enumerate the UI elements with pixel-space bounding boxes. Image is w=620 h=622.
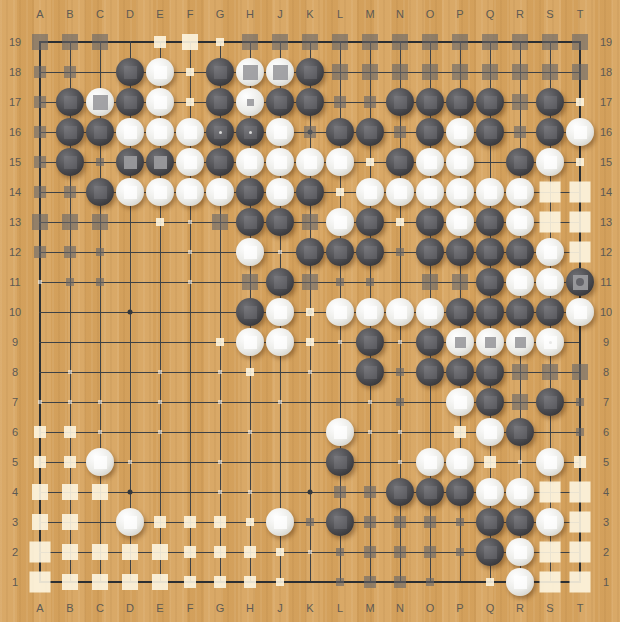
stone-ownership-mark [274, 96, 287, 109]
stone-black[interactable] [116, 58, 144, 86]
column-label-top: G [216, 8, 225, 20]
goban[interactable]: AABBCCDDEEFFGGHHJJKKLLMMNNOOPPQQRRSSTT19… [0, 0, 620, 622]
stone-ownership-mark [64, 156, 77, 169]
stone-black[interactable] [536, 388, 564, 416]
stone-black[interactable] [326, 508, 354, 536]
stone-ownership-mark [394, 486, 407, 499]
territory-marker-neutral [158, 400, 162, 404]
stone-black[interactable] [296, 88, 324, 116]
stone-white[interactable] [476, 478, 504, 506]
stone-white[interactable] [326, 148, 354, 176]
stone-black[interactable] [416, 328, 444, 356]
stone-ownership-mark [124, 96, 137, 109]
stone-black[interactable] [446, 478, 474, 506]
territory-marker-neutral [308, 550, 312, 554]
stone-ownership-mark [424, 456, 437, 469]
column-label-top: B [66, 8, 73, 20]
stone-black[interactable] [356, 118, 384, 146]
territory-marker-neutral [128, 460, 132, 464]
stone-white[interactable] [176, 148, 204, 176]
stone-white[interactable] [536, 328, 564, 356]
dead-stone-mark [247, 99, 254, 106]
stone-white[interactable] [266, 298, 294, 326]
stone-ownership-mark [154, 126, 167, 139]
territory-marker-white [540, 182, 561, 203]
territory-marker-black [334, 486, 346, 498]
column-label-bottom: K [306, 602, 313, 614]
stone-white[interactable] [536, 268, 564, 296]
stone-ownership-mark [484, 246, 497, 259]
row-label-right: 7 [603, 396, 609, 408]
territory-marker-black [456, 518, 464, 526]
stone-ownership-mark [304, 186, 317, 199]
row-label-left: 11 [9, 276, 20, 288]
territory-marker-black [396, 368, 404, 376]
stone-ownership-mark [544, 246, 557, 259]
territory-marker-neutral [248, 430, 252, 434]
stone-white[interactable] [506, 178, 534, 206]
territory-marker-white [62, 574, 78, 590]
stone-black[interactable] [416, 118, 444, 146]
stone-ownership-mark [244, 216, 257, 229]
stone-white[interactable] [386, 178, 414, 206]
stone-ownership-mark [304, 156, 317, 169]
stone-white[interactable] [236, 58, 264, 86]
stone-white[interactable] [506, 538, 534, 566]
dead-stone-mark [124, 156, 137, 169]
stone-black[interactable] [416, 208, 444, 236]
territory-marker-black [542, 34, 558, 50]
stone-white[interactable] [146, 178, 174, 206]
territory-marker-black [512, 34, 528, 50]
stone-black[interactable] [476, 208, 504, 236]
stone-ownership-mark [274, 516, 287, 529]
stone-black[interactable] [206, 118, 234, 146]
territory-marker-black [512, 394, 528, 410]
stone-black[interactable] [356, 328, 384, 356]
stone-black[interactable] [266, 88, 294, 116]
stone-black[interactable] [476, 118, 504, 146]
column-label-bottom: P [456, 602, 463, 614]
stone-ownership-mark [244, 156, 257, 169]
territory-marker-white [336, 188, 344, 196]
stone-ownership-mark [244, 306, 257, 319]
stone-ownership-mark [394, 186, 407, 199]
territory-marker-black [242, 34, 258, 50]
stone-black[interactable] [476, 88, 504, 116]
territory-marker-black [572, 64, 588, 80]
territory-marker-black [424, 546, 436, 558]
stone-ownership-mark [154, 186, 167, 199]
stone-black[interactable] [236, 118, 264, 146]
stone-ownership-mark [454, 246, 467, 259]
territory-marker-black [92, 214, 108, 230]
stone-ownership-mark [544, 396, 557, 409]
stone-white[interactable] [266, 328, 294, 356]
stone-ownership-mark [514, 516, 527, 529]
territory-marker-white [92, 484, 108, 500]
territory-marker-white [570, 212, 591, 233]
stone-black[interactable] [266, 208, 294, 236]
territory-marker-white [276, 548, 284, 556]
stone-white[interactable] [236, 88, 264, 116]
stone-white[interactable] [506, 478, 534, 506]
row-label-left: 4 [12, 486, 18, 498]
stone-ownership-mark [454, 186, 467, 199]
stone-white[interactable] [566, 118, 594, 146]
stone-white[interactable] [116, 178, 144, 206]
stone-white[interactable] [236, 148, 264, 176]
column-label-bottom: M [365, 602, 374, 614]
stone-white[interactable] [146, 58, 174, 86]
stone-white[interactable] [536, 148, 564, 176]
stone-dot-mark [219, 131, 222, 134]
stone-black[interactable] [296, 238, 324, 266]
territory-marker-white [34, 426, 46, 438]
stone-ownership-mark [64, 96, 77, 109]
stone-white[interactable] [506, 568, 534, 596]
stone-white[interactable] [326, 418, 354, 446]
stone-ownership-mark [214, 96, 227, 109]
row-label-right: 4 [603, 486, 609, 498]
stone-white[interactable] [446, 448, 474, 476]
stone-white[interactable] [416, 448, 444, 476]
stone-black[interactable] [446, 358, 474, 386]
stone-black[interactable] [56, 118, 84, 146]
territory-marker-black [64, 246, 76, 258]
stone-ownership-mark [514, 246, 527, 259]
column-label-bottom: E [156, 602, 163, 614]
row-label-left: 1 [12, 576, 18, 588]
stone-ownership-mark [454, 366, 467, 379]
stone-ownership-mark [334, 216, 347, 229]
stone-black[interactable] [536, 88, 564, 116]
territory-marker-white [92, 544, 108, 560]
stone-black[interactable] [326, 238, 354, 266]
stone-white[interactable] [356, 178, 384, 206]
column-label-bottom: J [277, 602, 283, 614]
stone-ownership-mark [514, 156, 527, 169]
row-label-left: 18 [9, 66, 21, 78]
stone-black[interactable] [56, 88, 84, 116]
territory-marker-white [122, 544, 138, 560]
territory-marker-white [62, 514, 78, 530]
stone-white[interactable] [416, 148, 444, 176]
territory-marker-neutral [68, 370, 72, 374]
stone-ownership-mark [274, 186, 287, 199]
stone-white[interactable] [146, 118, 174, 146]
stone-black[interactable] [476, 508, 504, 536]
stone-black[interactable] [386, 88, 414, 116]
stone-ownership-mark [334, 306, 347, 319]
stone-white[interactable] [146, 88, 174, 116]
stone-black[interactable] [236, 298, 264, 326]
dead-stone-mark [243, 65, 258, 80]
territory-marker-black [332, 34, 348, 50]
stone-white[interactable] [506, 268, 534, 296]
stone-black[interactable] [446, 88, 474, 116]
territory-marker-black [92, 34, 108, 50]
stone-ownership-mark [484, 426, 497, 439]
stone-white[interactable] [86, 88, 114, 116]
stone-black[interactable] [296, 178, 324, 206]
stone-white[interactable] [236, 238, 264, 266]
stone-black[interactable] [446, 238, 474, 266]
territory-marker-black [422, 34, 438, 50]
stone-ownership-mark [274, 156, 287, 169]
territory-marker-black [514, 126, 526, 138]
territory-marker-white [154, 516, 166, 528]
stone-ownership-mark [304, 96, 317, 109]
territory-marker-black [394, 516, 406, 528]
column-label-bottom: R [516, 602, 524, 614]
stone-white[interactable] [266, 118, 294, 146]
column-label-bottom: F [187, 602, 194, 614]
stone-black[interactable] [566, 268, 594, 296]
grid-line [39, 581, 581, 583]
stone-white[interactable] [476, 328, 504, 356]
stone-black[interactable] [476, 298, 504, 326]
stone-black[interactable] [506, 298, 534, 326]
stone-white[interactable] [356, 298, 384, 326]
territory-marker-white [570, 572, 591, 593]
stone-black[interactable] [266, 268, 294, 296]
column-label-bottom: D [126, 602, 134, 614]
column-label-top: S [546, 8, 553, 20]
territory-marker-black [64, 66, 76, 78]
row-label-right: 8 [603, 366, 609, 378]
stone-white[interactable] [236, 328, 264, 356]
stone-white[interactable] [206, 178, 234, 206]
stone-black[interactable] [536, 298, 564, 326]
territory-marker-black [394, 576, 406, 588]
stone-black[interactable] [356, 358, 384, 386]
territory-marker-white [276, 578, 284, 586]
territory-marker-black [482, 64, 498, 80]
stone-white[interactable] [266, 178, 294, 206]
territory-marker-black [482, 34, 498, 50]
stone-white[interactable] [326, 298, 354, 326]
column-label-top: N [396, 8, 404, 20]
stone-white[interactable] [116, 508, 144, 536]
stone-white[interactable] [446, 148, 474, 176]
stone-black[interactable] [476, 358, 504, 386]
stone-ownership-mark [514, 546, 527, 559]
stone-ownership-mark [184, 126, 197, 139]
stone-white[interactable] [446, 388, 474, 416]
territory-marker-black [302, 274, 318, 290]
stone-white[interactable] [536, 448, 564, 476]
stone-black[interactable] [416, 358, 444, 386]
stone-white[interactable] [476, 178, 504, 206]
territory-marker-black [34, 96, 46, 108]
column-label-top: E [156, 8, 163, 20]
column-label-bottom: S [546, 602, 553, 614]
row-label-right: 5 [603, 456, 609, 468]
grid-line [39, 462, 581, 463]
stone-ownership-mark [514, 276, 527, 289]
stone-black[interactable] [296, 58, 324, 86]
stone-black[interactable] [236, 208, 264, 236]
territory-marker-black [512, 364, 528, 380]
stone-white[interactable] [266, 148, 294, 176]
stone-black[interactable] [206, 88, 234, 116]
stone-black[interactable] [476, 268, 504, 296]
stone-ownership-mark [424, 186, 437, 199]
stone-ownership-mark [514, 186, 527, 199]
territory-marker-black [452, 274, 468, 290]
stone-white[interactable] [296, 148, 324, 176]
stone-black[interactable] [86, 178, 114, 206]
row-label-left: 10 [9, 306, 21, 318]
territory-marker-neutral [398, 430, 402, 434]
stone-ownership-mark [184, 156, 197, 169]
territory-marker-black [306, 518, 314, 526]
stone-white[interactable] [506, 328, 534, 356]
territory-marker-neutral [368, 400, 372, 404]
stone-black[interactable] [476, 388, 504, 416]
stone-black[interactable] [506, 418, 534, 446]
stone-black[interactable] [326, 448, 354, 476]
stone-ownership-mark [214, 186, 227, 199]
stone-ownership-mark [364, 336, 377, 349]
column-label-bottom: N [396, 602, 404, 614]
stone-ownership-mark [574, 306, 587, 319]
stone-white[interactable] [566, 298, 594, 326]
territory-marker-white [244, 546, 256, 558]
territory-marker-neutral [368, 430, 372, 434]
territory-marker-neutral [308, 370, 312, 374]
territory-marker-white [246, 518, 254, 526]
stone-black[interactable] [416, 238, 444, 266]
stone-black[interactable] [506, 508, 534, 536]
column-label-top: H [246, 8, 254, 20]
stone-white[interactable] [536, 508, 564, 536]
territory-marker-black [422, 274, 438, 290]
territory-marker-neutral [248, 490, 252, 494]
stone-ownership-mark [274, 306, 287, 319]
stone-black[interactable] [476, 238, 504, 266]
stone-ownership-mark [544, 276, 557, 289]
stone-white[interactable] [446, 328, 474, 356]
stone-white[interactable] [86, 448, 114, 476]
row-label-left: 2 [12, 546, 18, 558]
column-label-top: F [187, 8, 194, 20]
stone-white[interactable] [266, 58, 294, 86]
territory-marker-white [122, 574, 138, 590]
stone-white[interactable] [416, 178, 444, 206]
stone-black[interactable] [356, 208, 384, 236]
stone-white[interactable] [116, 118, 144, 146]
territory-marker-black [34, 186, 46, 198]
territory-marker-black [456, 548, 464, 556]
stone-black[interactable] [56, 148, 84, 176]
stone-ownership-mark [334, 456, 347, 469]
stone-black[interactable] [416, 478, 444, 506]
row-label-right: 17 [600, 96, 612, 108]
row-label-right: 18 [600, 66, 612, 78]
territory-marker-white [184, 516, 196, 528]
stone-white[interactable] [326, 208, 354, 236]
stone-black[interactable] [206, 58, 234, 86]
stone-black[interactable] [506, 148, 534, 176]
row-label-right: 11 [600, 276, 611, 288]
stone-white[interactable] [506, 208, 534, 236]
stone-black[interactable] [386, 148, 414, 176]
territory-marker-black [32, 214, 48, 230]
stone-white[interactable] [266, 508, 294, 536]
territory-marker-neutral [518, 460, 522, 464]
territory-marker-neutral [338, 340, 342, 344]
stone-black[interactable] [446, 298, 474, 326]
territory-marker-black [422, 64, 438, 80]
stone-black[interactable] [206, 148, 234, 176]
territory-marker-white [216, 338, 224, 346]
stone-white[interactable] [446, 118, 474, 146]
stone-black[interactable] [146, 148, 174, 176]
stone-black[interactable] [86, 118, 114, 146]
territory-marker-black [452, 64, 468, 80]
stone-white[interactable] [476, 418, 504, 446]
stone-ownership-mark [394, 96, 407, 109]
stone-black[interactable] [326, 118, 354, 146]
stone-white[interactable] [176, 118, 204, 146]
stone-black[interactable] [416, 88, 444, 116]
stone-black[interactable] [236, 178, 264, 206]
stone-ownership-mark [244, 336, 257, 349]
stone-ownership-mark [544, 306, 557, 319]
territory-marker-black [394, 126, 406, 138]
stone-black[interactable] [116, 148, 144, 176]
stone-black[interactable] [506, 238, 534, 266]
stone-ownership-mark [334, 126, 347, 139]
column-label-bottom: T [577, 602, 584, 614]
row-label-left: 17 [9, 96, 21, 108]
stone-ownership-mark [364, 246, 377, 259]
territory-marker-black [512, 64, 528, 80]
row-label-right: 13 [600, 216, 612, 228]
stone-white[interactable] [446, 208, 474, 236]
stone-white[interactable] [176, 178, 204, 206]
territory-marker-white [30, 542, 51, 563]
column-label-top: A [36, 8, 43, 20]
stone-black[interactable] [536, 118, 564, 146]
stone-ownership-mark [364, 186, 377, 199]
territory-marker-black [272, 34, 288, 50]
stone-white[interactable] [536, 238, 564, 266]
territory-marker-black [96, 248, 104, 256]
column-label-bottom: A [36, 602, 43, 614]
stone-black[interactable] [476, 538, 504, 566]
territory-marker-black [64, 186, 76, 198]
stone-white[interactable] [416, 298, 444, 326]
stone-ownership-mark [514, 486, 527, 499]
row-label-right: 9 [603, 336, 609, 348]
stone-white[interactable] [386, 298, 414, 326]
stone-black[interactable] [356, 238, 384, 266]
row-label-right: 6 [603, 426, 609, 438]
column-label-top: L [337, 8, 343, 20]
column-label-bottom: C [96, 602, 104, 614]
territory-marker-white [570, 482, 591, 503]
stone-white[interactable] [446, 178, 474, 206]
stone-ownership-mark [484, 366, 497, 379]
stone-black[interactable] [386, 478, 414, 506]
stone-black[interactable] [116, 88, 144, 116]
dead-stone-mark [93, 95, 108, 110]
column-label-top: R [516, 8, 524, 20]
stone-ownership-mark [544, 96, 557, 109]
